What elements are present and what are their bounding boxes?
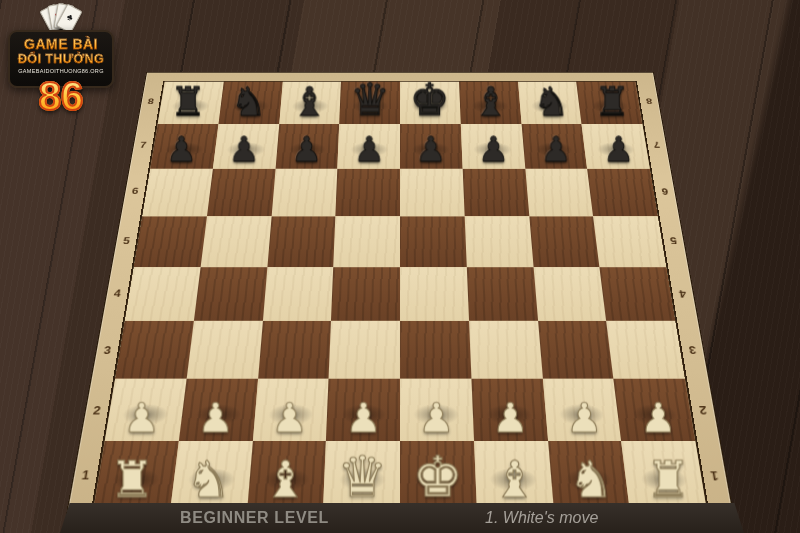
white-pawn[interactable]: ♟ [566,397,603,438]
square-f6[interactable] [462,169,528,217]
square-e2[interactable]: ♟ [400,379,474,441]
square-b8[interactable]: ♞ [218,82,282,124]
logo-title-line1: GAME BÀI [12,36,110,52]
square-c5[interactable] [267,216,336,267]
square-a8[interactable]: ♜ [158,82,224,124]
board-squares: ♜♞♝♛♚♝♞♜♟♟♟♟♟♟♟♟♟♟♟♟♟♟♟♟♜♞♝♛♚♝♞♜ [91,81,709,511]
square-h2[interactable]: ♟ [614,379,696,441]
white-rook[interactable]: ♜ [110,454,155,504]
black-rook[interactable]: ♜ [170,82,206,122]
white-knight[interactable]: ♞ [569,454,614,504]
square-c3[interactable] [258,321,332,379]
square-b6[interactable] [207,169,275,217]
square-h5[interactable] [593,216,666,267]
white-pawn[interactable]: ♟ [492,397,529,438]
square-b1[interactable]: ♞ [170,441,252,508]
square-a5[interactable] [134,216,207,267]
square-a1[interactable]: ♜ [94,441,179,508]
white-bishop[interactable]: ♝ [263,454,308,504]
square-e3[interactable] [400,321,471,379]
square-d7[interactable]: ♟ [338,124,400,169]
square-d3[interactable] [329,321,400,379]
square-e5[interactable] [400,216,467,267]
black-knight[interactable]: ♞ [533,82,569,122]
square-a4[interactable] [125,267,201,321]
white-pawn[interactable]: ♟ [197,397,234,438]
square-h4[interactable] [600,267,676,321]
square-c2[interactable]: ♟ [252,379,328,441]
white-pawn[interactable]: ♟ [345,397,382,438]
black-bishop[interactable]: ♝ [291,82,327,122]
square-f7[interactable]: ♟ [461,124,525,169]
square-f5[interactable] [464,216,533,267]
square-d4[interactable] [331,267,400,321]
black-pawn[interactable]: ♟ [229,132,260,167]
square-h3[interactable] [606,321,684,379]
table-background: 87654321 ♜♞♝♛♚♝♞♜♟♟♟♟♟♟♟♟♟♟♟♟♟♟♟♟♜♞♝♛♚♝♞… [0,0,800,533]
square-d8[interactable]: ♛ [339,82,400,124]
black-pawn[interactable]: ♟ [540,132,571,167]
white-pawn[interactable]: ♟ [419,397,456,438]
square-h8[interactable]: ♜ [576,82,642,124]
black-bishop[interactable]: ♝ [473,82,509,122]
square-f4[interactable] [467,267,538,321]
square-d6[interactable] [336,169,400,217]
black-pawn[interactable]: ♟ [603,132,634,167]
square-g5[interactable] [529,216,600,267]
square-a3[interactable] [115,321,193,379]
white-pawn[interactable]: ♟ [271,397,308,438]
square-e7[interactable]: ♟ [400,124,462,169]
square-c4[interactable] [262,267,333,321]
square-e6[interactable] [400,169,464,217]
square-c6[interactable] [271,169,337,217]
square-a6[interactable] [142,169,212,217]
square-c7[interactable]: ♟ [275,124,339,169]
square-c1[interactable]: ♝ [247,441,326,508]
black-king[interactable]: ♚ [410,78,450,122]
white-queen[interactable]: ♛ [337,449,387,505]
square-b2[interactable]: ♟ [179,379,258,441]
square-f3[interactable] [469,321,543,379]
square-h6[interactable] [587,169,657,217]
square-g6[interactable] [525,169,593,217]
square-a2[interactable]: ♟ [105,379,187,441]
black-rook[interactable]: ♜ [594,82,630,122]
square-d2[interactable]: ♟ [326,379,400,441]
logo-title-line2: ĐỔI THƯỞNG [12,52,110,66]
square-b3[interactable] [186,321,262,379]
board-front-edge: BEGINNER LEVEL 1. White's move [60,503,744,533]
white-pawn[interactable]: ♟ [640,397,677,438]
square-a7[interactable]: ♟ [150,124,218,169]
white-knight[interactable]: ♞ [186,454,231,504]
level-label: BEGINNER LEVEL [180,509,329,527]
square-b4[interactable] [194,267,267,321]
black-pawn[interactable]: ♟ [478,132,509,167]
white-bishop[interactable]: ♝ [492,454,537,504]
square-f1[interactable]: ♝ [474,441,553,508]
square-e4[interactable] [400,267,469,321]
black-pawn[interactable]: ♟ [353,132,384,167]
square-f2[interactable]: ♟ [471,379,547,441]
square-g2[interactable]: ♟ [542,379,621,441]
square-b7[interactable]: ♟ [213,124,279,169]
white-pawn[interactable]: ♟ [124,397,161,438]
square-g7[interactable]: ♟ [521,124,587,169]
black-knight[interactable]: ♞ [231,82,267,122]
move-indicator: 1. White's move [485,509,598,527]
board-frame: 87654321 ♜♞♝♛♚♝♞♜♟♟♟♟♟♟♟♟♟♟♟♟♟♟♟♟♜♞♝♛♚♝♞… [62,72,739,533]
square-d1[interactable]: ♛ [323,441,400,508]
square-g4[interactable] [533,267,606,321]
logo-number: 86 [8,74,114,119]
square-h7[interactable]: ♟ [582,124,650,169]
playing-cards-icon: ♠♥♦♣ [8,2,114,30]
square-c8[interactable]: ♝ [279,82,341,124]
square-g1[interactable]: ♞ [548,441,630,508]
chess-board-scene: 87654321 ♜♞♝♛♚♝♞♜♟♟♟♟♟♟♟♟♟♟♟♟♟♟♟♟♜♞♝♛♚♝♞… [110,0,690,533]
black-queen[interactable]: ♛ [350,78,390,122]
square-e8[interactable]: ♚ [400,82,461,124]
square-f8[interactable]: ♝ [459,82,521,124]
square-b5[interactable] [200,216,271,267]
square-g8[interactable]: ♞ [518,82,582,124]
black-pawn[interactable]: ♟ [166,132,197,167]
square-h1[interactable]: ♜ [621,441,706,508]
white-king[interactable]: ♚ [413,449,463,505]
square-d5[interactable] [333,216,400,267]
square-e1[interactable]: ♚ [400,441,477,508]
black-pawn[interactable]: ♟ [416,132,447,167]
black-pawn[interactable]: ♟ [291,132,322,167]
chess-board: 87654321 ♜♞♝♛♚♝♞♜♟♟♟♟♟♟♟♟♟♟♟♟♟♟♟♟♜♞♝♛♚♝♞… [62,72,739,533]
brand-logo: ♠♥♦♣ GAME BÀI ĐỔI THƯỞNG GAMEBAIDOITHUON… [8,2,114,119]
square-g3[interactable] [538,321,614,379]
white-rook[interactable]: ♜ [645,454,690,504]
